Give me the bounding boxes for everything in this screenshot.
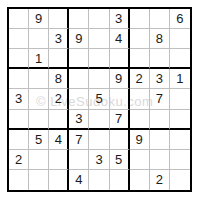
cell-r8c6[interactable]: 5 (110, 150, 130, 170)
cell-r7c7[interactable]: 9 (130, 130, 150, 150)
cell-r4c7[interactable]: 2 (130, 69, 150, 89)
cell-r6c2[interactable] (29, 110, 49, 130)
cell-r8c7[interactable] (130, 150, 150, 170)
cell-r9c7[interactable] (130, 170, 150, 190)
cell-r5c8[interactable]: 7 (150, 89, 170, 109)
cell-r6c8[interactable] (150, 110, 170, 130)
cell-r5c4[interactable] (69, 89, 89, 109)
cell-r9c4[interactable]: 4 (69, 170, 89, 190)
cell-r7c2[interactable]: 5 (29, 130, 49, 150)
cell-r4c9[interactable]: 1 (170, 69, 190, 89)
cell-r8c3[interactable] (49, 150, 69, 170)
cell-r2c6[interactable]: 4 (110, 29, 130, 49)
cell-r4c4[interactable] (69, 69, 89, 89)
cell-r9c8[interactable]: 2 (150, 170, 170, 190)
cell-r4c3[interactable]: 8 (49, 69, 69, 89)
cell-r9c9[interactable] (170, 170, 190, 190)
cell-r3c9[interactable] (170, 49, 190, 69)
cell-r5c9[interactable] (170, 89, 190, 109)
cell-r5c5[interactable]: 5 (89, 89, 109, 109)
cell-r8c2[interactable] (29, 150, 49, 170)
cell-r7c8[interactable] (150, 130, 170, 150)
cell-r8c4[interactable] (69, 150, 89, 170)
cell-r9c3[interactable] (49, 170, 69, 190)
cell-r2c1[interactable] (9, 29, 29, 49)
cell-r3c3[interactable] (49, 49, 69, 69)
cell-r7c6[interactable] (110, 130, 130, 150)
cell-r6c7[interactable] (130, 110, 150, 130)
cell-r3c8[interactable] (150, 49, 170, 69)
cell-r6c1[interactable] (9, 110, 29, 130)
cell-r2c5[interactable] (89, 29, 109, 49)
cell-r1c6[interactable]: 3 (110, 9, 130, 29)
cell-r7c1[interactable] (9, 130, 29, 150)
cell-r5c7[interactable] (130, 89, 150, 109)
cell-r5c6[interactable] (110, 89, 130, 109)
cell-r9c1[interactable] (9, 170, 29, 190)
cell-r2c2[interactable] (29, 29, 49, 49)
cell-r6c4[interactable]: 3 (69, 110, 89, 130)
cell-r3c2[interactable]: 1 (29, 49, 49, 69)
cell-r6c5[interactable] (89, 110, 109, 130)
cell-r2c8[interactable]: 8 (150, 29, 170, 49)
cell-r1c1[interactable] (9, 9, 29, 29)
cell-r3c1[interactable] (9, 49, 29, 69)
cell-r7c3[interactable]: 4 (49, 130, 69, 150)
cell-r9c2[interactable] (29, 170, 49, 190)
cell-r8c9[interactable] (170, 150, 190, 170)
cell-r4c1[interactable] (9, 69, 29, 89)
cell-r5c3[interactable]: 2 (49, 89, 69, 109)
cell-r9c6[interactable] (110, 170, 130, 190)
cell-r1c9[interactable]: 6 (170, 9, 190, 29)
sudoku-puzzle-image: © LiveSudoku.com 93639481892313257375479… (0, 0, 200, 200)
cell-r7c4[interactable]: 7 (69, 130, 89, 150)
cell-r7c5[interactable] (89, 130, 109, 150)
cell-r4c5[interactable] (89, 69, 109, 89)
cell-r5c1[interactable]: 3 (9, 89, 29, 109)
cell-r6c6[interactable]: 7 (110, 110, 130, 130)
cell-r3c5[interactable] (89, 49, 109, 69)
cell-r1c7[interactable] (130, 9, 150, 29)
cell-r4c2[interactable] (29, 69, 49, 89)
cell-r8c1[interactable]: 2 (9, 150, 29, 170)
cell-r4c6[interactable]: 9 (110, 69, 130, 89)
cell-r4c8[interactable]: 3 (150, 69, 170, 89)
sudoku-board: © LiveSudoku.com 93639481892313257375479… (7, 7, 192, 192)
cell-r2c3[interactable]: 3 (49, 29, 69, 49)
cell-r6c9[interactable] (170, 110, 190, 130)
cell-r1c8[interactable] (150, 9, 170, 29)
cell-r3c7[interactable] (130, 49, 150, 69)
cell-r8c8[interactable] (150, 150, 170, 170)
cell-r2c4[interactable]: 9 (69, 29, 89, 49)
cell-r2c7[interactable] (130, 29, 150, 49)
cell-r9c5[interactable] (89, 170, 109, 190)
cell-r1c2[interactable]: 9 (29, 9, 49, 29)
cell-r6c3[interactable] (49, 110, 69, 130)
cell-r1c5[interactable] (89, 9, 109, 29)
cell-r2c9[interactable] (170, 29, 190, 49)
cell-r1c3[interactable] (49, 9, 69, 29)
cell-r3c6[interactable] (110, 49, 130, 69)
cell-r1c4[interactable] (69, 9, 89, 29)
cell-r8c5[interactable]: 3 (89, 150, 109, 170)
cell-r5c2[interactable] (29, 89, 49, 109)
cell-r3c4[interactable] (69, 49, 89, 69)
cell-r7c9[interactable] (170, 130, 190, 150)
